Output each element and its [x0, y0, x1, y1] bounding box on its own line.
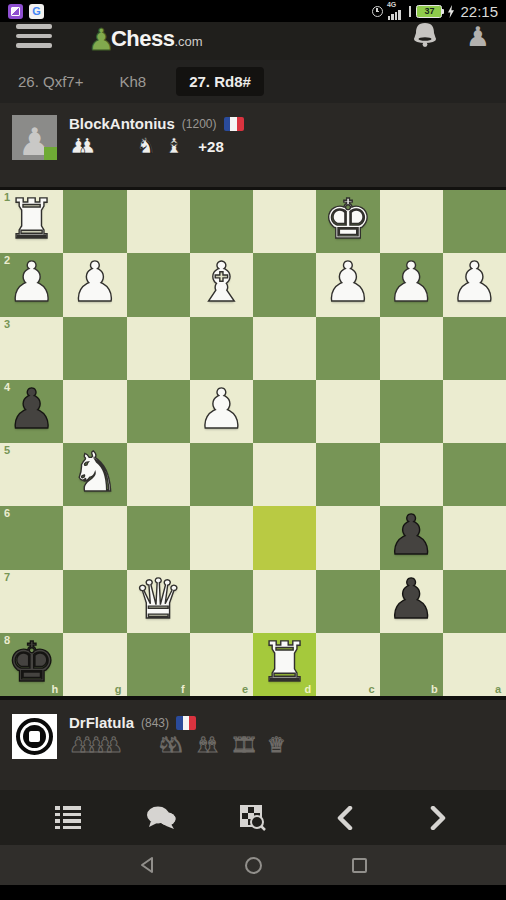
square-d4[interactable] — [253, 380, 316, 443]
online-status-badge — [44, 147, 57, 160]
square-e7[interactable] — [190, 570, 253, 633]
profile-pawn-icon[interactable]: ♟ — [466, 23, 490, 50]
player-panel-bottom: DrFlatula (843) ♟♟♟♟♟♞♞♝♝♜♜♛ — [0, 700, 506, 790]
analysis-board-icon — [240, 805, 266, 831]
white-pawn: ♟ — [7, 255, 56, 310]
avatar-target-image — [16, 718, 53, 755]
square-d2[interactable] — [253, 253, 316, 316]
square-b3[interactable] — [380, 317, 443, 380]
captured-pieces-bottom: ♟♟♟♟♟♞♞♝♝♜♜♛ — [69, 735, 295, 756]
captured-pieces-top: +28 ♟♟♞♝ — [69, 136, 244, 157]
player-panel-top: ♟ BlockAntonius (1200) +28 ♟♟♞♝ — [0, 103, 506, 187]
nav-recents-button[interactable] — [344, 850, 374, 880]
black-pawn: ♟ — [7, 382, 56, 437]
square-f4[interactable] — [127, 380, 190, 443]
white-queen: ♛ — [133, 572, 182, 627]
captured-bishop-x2: ♝♝ — [194, 735, 222, 756]
square-g7[interactable] — [63, 570, 126, 633]
square-h1[interactable]: 1♜ — [0, 190, 63, 253]
status-bar: G 4G 37 22:15 — [0, 0, 506, 22]
square-e6[interactable] — [190, 506, 253, 569]
captured-pawn-x5: ♟♟♟♟♟ — [69, 735, 123, 756]
white-pawn: ♟ — [450, 255, 499, 310]
android-nav-bar — [0, 845, 506, 885]
recents-square-icon — [352, 858, 367, 873]
square-f3[interactable] — [127, 317, 190, 380]
white-pawn: ♟ — [70, 255, 119, 310]
flag-france-icon — [176, 716, 196, 730]
home-circle-icon — [245, 857, 262, 874]
square-h6[interactable]: 6 — [0, 506, 63, 569]
square-a1[interactable] — [443, 190, 506, 253]
square-e4[interactable]: ♟ — [190, 380, 253, 443]
square-d5[interactable] — [253, 443, 316, 506]
file-label-b: b — [431, 683, 438, 695]
nav-back-button[interactable] — [132, 850, 162, 880]
square-a7[interactable] — [443, 570, 506, 633]
square-a5[interactable] — [443, 443, 506, 506]
square-c1[interactable]: ♚ — [316, 190, 379, 253]
square-f5[interactable] — [127, 443, 190, 506]
moves-list-button[interactable] — [46, 796, 90, 840]
sim2-signal-icon — [409, 6, 412, 17]
square-h5[interactable]: 5 — [0, 443, 63, 506]
white-rook: ♜ — [260, 635, 309, 690]
square-e5[interactable] — [190, 443, 253, 506]
flag-france-icon — [224, 117, 244, 131]
square-h8[interactable]: 8h♚ — [0, 633, 63, 696]
analysis-button[interactable] — [231, 796, 275, 840]
next-move-button[interactable] — [416, 796, 460, 840]
square-c8[interactable]: c — [316, 633, 379, 696]
player-rating-top: (1200) — [182, 117, 217, 131]
square-d8[interactable]: d♜ — [253, 633, 316, 696]
notification-app-icon — [8, 4, 23, 19]
file-label-c: c — [368, 683, 374, 695]
chevron-left-icon — [337, 806, 353, 830]
square-e3[interactable] — [190, 317, 253, 380]
moves-list-icon — [55, 806, 81, 829]
rank-label-3: 3 — [4, 318, 10, 330]
menu-button[interactable] — [16, 24, 52, 48]
logo-suffix: .com — [174, 34, 202, 49]
white-pawn: ♟ — [197, 382, 246, 437]
square-h4[interactable]: 4♟ — [0, 380, 63, 443]
file-label-g: g — [115, 683, 122, 695]
captured-bishop-x1: ♝ — [164, 136, 183, 157]
signal-icon: 4G — [388, 3, 401, 20]
notifications-bell-icon[interactable] — [410, 23, 440, 50]
square-g2[interactable]: ♟ — [63, 253, 126, 316]
square-h3[interactable]: 3 — [0, 317, 63, 380]
previous-move-button[interactable] — [323, 796, 367, 840]
square-c7[interactable] — [316, 570, 379, 633]
square-g5[interactable]: ♞ — [63, 443, 126, 506]
move-item-0[interactable]: 26. Qxf7+ — [12, 67, 89, 96]
square-g3[interactable] — [63, 317, 126, 380]
move-item-2[interactable]: 27. Rd8# — [176, 67, 264, 96]
white-rook: ♜ — [7, 192, 56, 247]
square-a3[interactable] — [443, 317, 506, 380]
square-e1[interactable] — [190, 190, 253, 253]
square-f6[interactable] — [127, 506, 190, 569]
square-c6[interactable] — [316, 506, 379, 569]
square-c2[interactable]: ♟ — [316, 253, 379, 316]
square-g1[interactable] — [63, 190, 126, 253]
square-b6[interactable]: ♟ — [380, 506, 443, 569]
move-list-bar: 26. Qxf7+Kh827. Rd8# — [0, 60, 506, 103]
nav-home-button[interactable] — [238, 850, 268, 880]
captured-queen-x1: ♛ — [267, 735, 286, 756]
captured-knight-x2: ♞♞ — [157, 735, 185, 756]
rank-label-6: 6 — [4, 507, 10, 519]
square-a8[interactable]: a — [443, 633, 506, 696]
square-a6[interactable] — [443, 506, 506, 569]
square-d1[interactable] — [253, 190, 316, 253]
captured-rook-x2: ♜♜ — [230, 735, 258, 756]
black-pawn: ♟ — [386, 572, 435, 627]
square-e2[interactable]: ♝ — [190, 253, 253, 316]
square-d3[interactable] — [253, 317, 316, 380]
clock-time: 22:15 — [460, 3, 498, 20]
google-notification-icon: G — [29, 4, 44, 19]
square-e8[interactable]: e — [190, 633, 253, 696]
chevron-right-icon — [430, 806, 446, 830]
square-b4[interactable] — [380, 380, 443, 443]
square-b1[interactable] — [380, 190, 443, 253]
square-b8[interactable]: b — [380, 633, 443, 696]
file-label-e: e — [242, 683, 248, 695]
square-f7[interactable]: ♛ — [127, 570, 190, 633]
black-pawn: ♟ — [386, 508, 435, 563]
rank-label-5: 5 — [4, 444, 10, 456]
square-c5[interactable] — [316, 443, 379, 506]
material-score: +28 — [198, 138, 223, 155]
charging-bolt-icon — [447, 5, 455, 18]
app-header: ♟ Chess .com ♟ — [0, 22, 506, 60]
avatar-bottom[interactable] — [12, 714, 57, 759]
square-d6[interactable] — [253, 506, 316, 569]
square-f2[interactable] — [127, 253, 190, 316]
chat-button[interactable] — [139, 796, 183, 840]
rank-label-7: 7 — [4, 571, 10, 583]
square-f1[interactable] — [127, 190, 190, 253]
battery-icon: 37 — [416, 5, 442, 18]
player-rating-bottom: (843) — [141, 716, 169, 730]
player-name-top[interactable]: BlockAntonius — [69, 115, 175, 132]
square-a2[interactable]: ♟ — [443, 253, 506, 316]
white-pawn: ♟ — [386, 255, 435, 310]
square-c3[interactable] — [316, 317, 379, 380]
white-bishop: ♝ — [197, 255, 246, 310]
square-b5[interactable] — [380, 443, 443, 506]
square-f8[interactable]: f — [127, 633, 190, 696]
avatar-top[interactable]: ♟ — [12, 115, 57, 160]
white-pawn: ♟ — [323, 255, 372, 310]
square-h7[interactable]: 7 — [0, 570, 63, 633]
game-toolbar — [0, 790, 506, 845]
square-c4[interactable] — [316, 380, 379, 443]
logo-text: Chess — [111, 26, 175, 52]
alarm-icon — [372, 6, 383, 17]
square-g6[interactable] — [63, 506, 126, 569]
square-b7[interactable]: ♟ — [380, 570, 443, 633]
square-b2[interactable]: ♟ — [380, 253, 443, 316]
back-triangle-icon — [138, 856, 156, 874]
square-d7[interactable] — [253, 570, 316, 633]
chesscom-logo[interactable]: ♟ Chess .com — [88, 22, 203, 52]
square-g8[interactable]: g — [63, 633, 126, 696]
white-king: ♚ — [323, 192, 372, 247]
file-label-f: f — [181, 683, 185, 695]
chat-bubbles-icon — [146, 806, 176, 830]
logo-pawn-icon: ♟ — [88, 25, 115, 55]
captured-pawn-x2: ♟♟ — [69, 136, 97, 157]
move-item-1[interactable]: Kh8 — [113, 67, 152, 96]
square-g4[interactable] — [63, 380, 126, 443]
player-name-bottom[interactable]: DrFlatula — [69, 714, 134, 731]
file-label-a: a — [495, 683, 501, 695]
square-h2[interactable]: 2♟ — [0, 253, 63, 316]
screen-bottom-strip — [0, 885, 506, 900]
black-king: ♚ — [7, 635, 56, 690]
square-a4[interactable] — [443, 380, 506, 443]
white-knight: ♞ — [70, 445, 119, 500]
captured-knight-x1: ♞ — [137, 136, 156, 157]
chess-board: 1♜♚2♟♟♝♟♟♟34♟♟5♞6♟7♛♟8h♚gfed♜cba — [0, 190, 506, 696]
